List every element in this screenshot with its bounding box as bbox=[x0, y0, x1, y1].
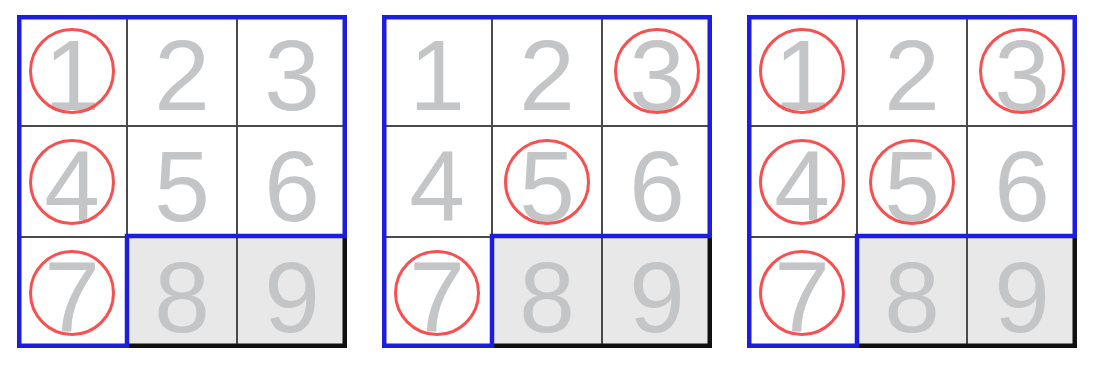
grid-2-digit-7: 7 bbox=[409, 247, 465, 347]
grid-3-cell-9: 9 bbox=[967, 237, 1077, 348]
grids-row: 123456789 123456789 123456789 bbox=[0, 0, 1106, 348]
grid-2-digit-5: 5 bbox=[519, 136, 575, 236]
grid-1-digit-4: 4 bbox=[44, 136, 100, 236]
grid-1-digit-1: 1 bbox=[44, 25, 100, 125]
grid-2-cell-1: 1 bbox=[382, 15, 492, 126]
grid-3-cell-3: 3 bbox=[967, 15, 1077, 126]
grid-2-digit-4: 4 bbox=[409, 136, 465, 236]
grid-3-digit-8: 8 bbox=[884, 247, 940, 347]
grid-2: 123456789 bbox=[382, 15, 712, 348]
grid-2-cell-9: 9 bbox=[602, 237, 712, 348]
grid-3-digit-4: 4 bbox=[774, 136, 830, 236]
grid-1-digit-9: 9 bbox=[264, 247, 320, 347]
grid-3-digit-9: 9 bbox=[994, 247, 1050, 347]
grid-3-cell-2: 2 bbox=[857, 15, 967, 126]
grid-3-digit-2: 2 bbox=[884, 25, 940, 125]
grid-1-cells: 123456789 bbox=[17, 15, 347, 348]
grid-1-cell-8: 8 bbox=[127, 237, 237, 348]
grid-3-digit-1: 1 bbox=[774, 25, 830, 125]
grid-2-digit-3: 3 bbox=[629, 25, 685, 125]
grid-3-cells: 123456789 bbox=[747, 15, 1077, 348]
grid-3-cell-4: 4 bbox=[747, 126, 857, 237]
grid-1-cell-7: 7 bbox=[17, 237, 127, 348]
grid-2-digit-2: 2 bbox=[519, 25, 575, 125]
grid-3-digit-7: 7 bbox=[774, 247, 830, 347]
grid-2-cell-2: 2 bbox=[492, 15, 602, 126]
grid-1-cell-2: 2 bbox=[127, 15, 237, 126]
grid-2-digit-6: 6 bbox=[629, 136, 685, 236]
grid-2-cell-7: 7 bbox=[382, 237, 492, 348]
grid-1-cell-5: 5 bbox=[127, 126, 237, 237]
grid-3-cell-6: 6 bbox=[967, 126, 1077, 237]
grid-1-cell-9: 9 bbox=[237, 237, 347, 348]
grid-3: 123456789 bbox=[747, 15, 1077, 348]
grid-1-cell-6: 6 bbox=[237, 126, 347, 237]
grid-2-digit-1: 1 bbox=[409, 25, 465, 125]
grid-3-cell-5: 5 bbox=[857, 126, 967, 237]
grid-1-cell-1: 1 bbox=[17, 15, 127, 126]
grid-3-cell-7: 7 bbox=[747, 237, 857, 348]
grid-1-cell-3: 3 bbox=[237, 15, 347, 126]
grid-2-digit-8: 8 bbox=[519, 247, 575, 347]
grid-1-cell-4: 4 bbox=[17, 126, 127, 237]
grid-2-cell-6: 6 bbox=[602, 126, 712, 237]
grid-1-digit-8: 8 bbox=[154, 247, 210, 347]
grid-3-digit-5: 5 bbox=[884, 136, 940, 236]
grid-1-digit-3: 3 bbox=[264, 25, 320, 125]
grid-3-digit-3: 3 bbox=[994, 25, 1050, 125]
grid-1-digit-6: 6 bbox=[264, 136, 320, 236]
grid-1-digit-7: 7 bbox=[44, 247, 100, 347]
grid-2-digit-9: 9 bbox=[629, 247, 685, 347]
grid-2-cell-5: 5 bbox=[492, 126, 602, 237]
grid-3-cell-1: 1 bbox=[747, 15, 857, 126]
grid-1: 123456789 bbox=[17, 15, 347, 348]
grid-2-cell-8: 8 bbox=[492, 237, 602, 348]
grid-3-digit-6: 6 bbox=[994, 136, 1050, 236]
grid-3-cell-8: 8 bbox=[857, 237, 967, 348]
grid-2-cell-4: 4 bbox=[382, 126, 492, 237]
grid-1-digit-5: 5 bbox=[154, 136, 210, 236]
grid-2-cell-3: 3 bbox=[602, 15, 712, 126]
grid-1-digit-2: 2 bbox=[154, 25, 210, 125]
grid-2-cells: 123456789 bbox=[382, 15, 712, 348]
